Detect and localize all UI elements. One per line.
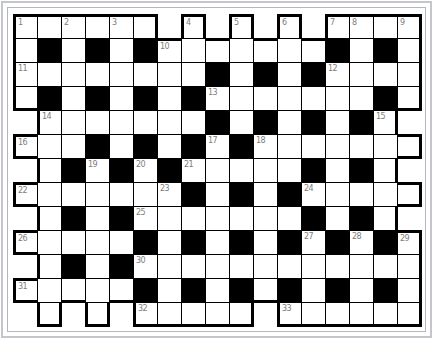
white-cell[interactable] [253,230,278,255]
white-cell[interactable] [181,110,206,135]
white-cell[interactable] [157,206,182,231]
black-cell [325,230,350,255]
white-cell[interactable]: 32 [133,302,158,327]
black-cell [301,110,326,135]
white-cell[interactable] [397,182,422,207]
white-cell[interactable] [157,302,182,327]
white-cell[interactable] [133,14,158,39]
white-cell[interactable] [277,62,302,87]
black-cell [181,86,206,111]
white-cell[interactable] [109,110,134,135]
white-cell[interactable] [373,206,398,231]
white-cell[interactable] [37,62,62,87]
white-cell[interactable] [373,62,398,87]
white-cell[interactable]: 25 [133,206,158,231]
clue-number: 26 [18,234,27,243]
white-cell[interactable] [229,254,254,279]
white-cell[interactable] [205,182,230,207]
clue-number: 21 [184,160,193,169]
white-cell[interactable] [61,62,86,87]
white-cell[interactable] [277,86,302,111]
white-cell[interactable]: 19 [85,158,110,183]
black-cell [253,62,278,87]
white-cell[interactable] [397,278,422,303]
white-cell[interactable] [349,86,374,111]
white-cell[interactable] [277,206,302,231]
black-cell [133,38,158,63]
white-cell[interactable] [205,38,230,63]
white-cell[interactable] [85,206,110,231]
black-cell [349,206,374,231]
white-cell[interactable] [85,182,110,207]
black-cell [61,206,86,231]
black-cell [205,62,230,87]
white-cell[interactable] [205,206,230,231]
white-cell[interactable]: 12 [325,62,350,87]
white-cell[interactable] [229,62,254,87]
black-cell [109,158,134,183]
clue-number: 24 [304,184,313,193]
white-cell[interactable] [85,14,110,39]
white-cell[interactable]: 16 [13,134,38,159]
white-cell[interactable]: 9 [397,14,422,39]
white-cell[interactable]: 3 [109,14,134,39]
black-cell [181,182,206,207]
screenshot-root: { "game": { "type": "crossword", "rows":… [0,0,434,340]
white-cell[interactable] [373,14,398,39]
white-cell[interactable] [109,230,134,255]
white-cell[interactable] [205,278,230,303]
black-cell [229,278,254,303]
white-cell[interactable] [181,62,206,87]
black-cell [373,86,398,111]
clue-number: 18 [256,136,265,145]
black-cell [349,158,374,183]
black-cell [277,182,302,207]
black-cell [301,206,326,231]
white-cell[interactable] [37,230,62,255]
clue-number: 7 [330,18,335,27]
white-cell[interactable] [229,158,254,183]
clue-number: 33 [282,304,291,313]
white-cell[interactable] [109,62,134,87]
white-cell[interactable]: 10 [157,38,182,63]
black-cell [229,230,254,255]
white-cell[interactable] [253,86,278,111]
white-cell[interactable] [61,86,86,111]
white-cell[interactable] [85,278,110,303]
black-cell [277,230,302,255]
white-cell[interactable]: 11 [13,62,38,87]
clue-number: 12 [328,64,337,73]
white-cell[interactable]: 28 [349,230,374,255]
white-cell[interactable] [373,302,398,327]
black-cell [157,158,182,183]
clue-number: 10 [160,42,169,51]
white-cell[interactable] [37,254,62,279]
white-cell[interactable] [229,38,254,63]
clue-number: 14 [42,112,51,121]
white-cell[interactable] [301,134,326,159]
clue-number: 11 [18,64,27,73]
clue-number: 15 [376,112,385,121]
white-cell[interactable] [277,158,302,183]
white-cell[interactable] [277,38,302,63]
white-cell[interactable]: 2 [61,14,86,39]
white-cell[interactable]: 18 [253,134,278,159]
white-cell[interactable]: 33 [277,302,302,327]
white-cell[interactable] [229,302,254,327]
white-cell[interactable] [301,38,326,63]
white-cell[interactable] [37,206,62,231]
clue-number: 17 [208,136,217,145]
black-cell [229,134,254,159]
white-cell[interactable] [349,62,374,87]
white-cell[interactable] [397,62,422,87]
white-cell[interactable] [157,254,182,279]
black-cell [109,206,134,231]
black-cell [85,86,110,111]
white-cell[interactable] [253,254,278,279]
white-cell[interactable] [109,182,134,207]
black-cell [325,38,350,63]
clue-number: 28 [352,232,361,241]
black-cell [229,182,254,207]
black-cell [253,110,278,135]
white-cell[interactable] [61,182,86,207]
white-cell[interactable]: 31 [13,278,38,303]
white-cell[interactable] [37,278,62,303]
white-cell[interactable]: 22 [13,182,38,207]
black-cell [373,230,398,255]
white-cell[interactable] [181,302,206,327]
white-cell[interactable] [349,254,374,279]
clue-number: 23 [160,184,169,193]
white-cell[interactable] [349,302,374,327]
white-cell[interactable]: 27 [301,230,326,255]
black-cell [61,158,86,183]
white-cell[interactable] [301,278,326,303]
white-cell[interactable]: 8 [349,14,374,39]
clue-number: 30 [136,256,145,265]
white-cell[interactable] [13,38,38,63]
white-cell[interactable] [373,134,398,159]
white-cell[interactable]: 21 [181,158,206,183]
white-cell[interactable] [205,158,230,183]
white-cell[interactable] [325,302,350,327]
black-cell [373,278,398,303]
white-cell[interactable] [349,182,374,207]
white-cell[interactable] [61,230,86,255]
white-cell[interactable] [397,38,422,63]
white-cell[interactable] [37,134,62,159]
black-cell [349,110,374,135]
clue-number: 22 [18,186,27,195]
white-cell[interactable]: 4 [181,14,206,39]
white-cell[interactable] [325,254,350,279]
white-cell[interactable] [133,62,158,87]
clue-number: 32 [138,304,147,313]
white-cell[interactable] [229,86,254,111]
white-cell[interactable] [253,182,278,207]
clue-number: 5 [234,18,239,27]
white-cell[interactable] [37,302,62,327]
white-cell[interactable] [205,254,230,279]
white-cell[interactable]: 14 [37,110,62,135]
white-cell[interactable] [301,254,326,279]
white-cell[interactable]: 7 [325,14,350,39]
white-cell[interactable] [397,86,422,111]
clue-number: 2 [64,18,69,27]
clue-number: 9 [400,18,405,27]
white-cell[interactable] [373,158,398,183]
white-cell[interactable]: 23 [157,182,182,207]
clue-number: 25 [136,208,145,217]
white-cell[interactable] [325,206,350,231]
white-cell[interactable]: 6 [277,14,302,39]
white-cell[interactable] [37,182,62,207]
white-cell[interactable] [13,86,38,111]
white-cell[interactable] [133,182,158,207]
white-cell[interactable]: 26 [13,230,38,255]
white-cell[interactable] [181,254,206,279]
clue-number: 8 [352,18,357,27]
white-cell[interactable] [325,158,350,183]
white-cell[interactable] [157,62,182,87]
white-cell[interactable] [277,134,302,159]
white-cell[interactable] [277,110,302,135]
clue-number: 29 [400,234,409,243]
white-cell[interactable]: 5 [229,14,254,39]
white-cell[interactable] [253,278,278,303]
black-cell [37,86,62,111]
white-cell[interactable] [133,110,158,135]
white-cell[interactable] [349,278,374,303]
white-cell[interactable] [205,230,230,255]
white-cell[interactable] [109,86,134,111]
white-cell[interactable] [397,134,422,159]
white-cell[interactable] [61,278,86,303]
white-cell[interactable] [157,86,182,111]
white-cell[interactable] [277,254,302,279]
white-cell[interactable]: 1 [13,14,38,39]
black-cell [181,278,206,303]
white-cell[interactable] [61,134,86,159]
black-cell [61,254,86,279]
white-cell[interactable] [397,302,422,327]
black-cell [133,230,158,255]
white-cell[interactable] [325,110,350,135]
white-cell[interactable]: 30 [133,254,158,279]
clue-number: 4 [186,18,191,27]
white-cell[interactable]: 24 [301,182,326,207]
clue-number: 16 [18,138,27,147]
black-cell [181,134,206,159]
clue-number: 6 [282,18,287,27]
white-cell[interactable]: 20 [133,158,158,183]
white-cell[interactable]: 15 [373,110,398,135]
clue-number: 20 [136,160,145,169]
white-cell[interactable] [85,230,110,255]
white-cell[interactable] [349,134,374,159]
white-cell[interactable] [325,134,350,159]
white-cell[interactable] [157,230,182,255]
white-cell[interactable] [325,86,350,111]
white-cell[interactable] [157,110,182,135]
clue-number: 1 [18,18,23,27]
black-cell [181,230,206,255]
white-cell[interactable] [397,254,422,279]
white-cell[interactable] [157,278,182,303]
white-cell[interactable] [109,278,134,303]
black-cell [109,254,134,279]
white-cell[interactable]: 17 [205,134,230,159]
clue-number: 31 [18,282,27,291]
white-cell[interactable] [85,302,110,327]
white-cell[interactable] [229,206,254,231]
white-cell[interactable] [349,38,374,63]
white-cell[interactable] [253,38,278,63]
white-cell[interactable] [85,110,110,135]
white-cell[interactable] [61,110,86,135]
white-cell[interactable] [325,182,350,207]
white-cell[interactable] [61,38,86,63]
black-cell [301,62,326,87]
black-cell [301,158,326,183]
black-cell [277,278,302,303]
white-cell[interactable] [205,302,230,327]
white-cell[interactable] [85,62,110,87]
white-cell[interactable] [253,206,278,231]
white-cell[interactable] [109,38,134,63]
black-cell [133,134,158,159]
white-cell[interactable]: 29 [397,230,422,255]
black-cell [325,278,350,303]
black-cell [133,278,158,303]
white-cell[interactable] [85,254,110,279]
clue-number: 3 [112,18,117,27]
white-cell[interactable] [229,110,254,135]
black-cell [373,38,398,63]
white-cell[interactable] [157,134,182,159]
black-cell [133,86,158,111]
white-cell[interactable] [253,158,278,183]
clue-number: 27 [304,232,313,241]
black-cell [85,134,110,159]
clue-number: 13 [208,88,217,97]
white-cell[interactable] [301,86,326,111]
white-cell[interactable] [301,302,326,327]
white-cell[interactable]: 13 [205,86,230,111]
black-cell [85,38,110,63]
black-cell [37,38,62,63]
clue-number: 19 [88,160,97,169]
white-cell[interactable] [37,14,62,39]
white-cell[interactable] [373,182,398,207]
black-cell [205,110,230,135]
white-cell[interactable] [181,206,206,231]
white-cell[interactable] [37,158,62,183]
white-cell[interactable] [373,254,398,279]
white-cell[interactable] [181,38,206,63]
white-cell[interactable] [109,134,134,159]
